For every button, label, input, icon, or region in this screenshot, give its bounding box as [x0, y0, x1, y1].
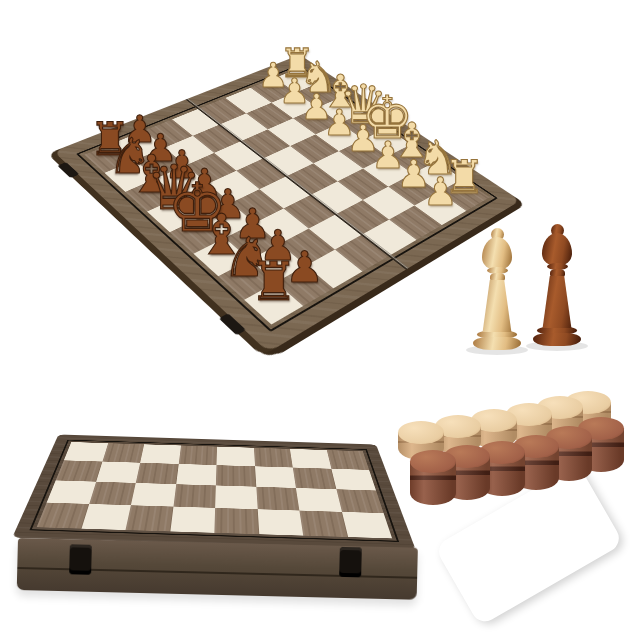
queen-base [473, 337, 521, 350]
queen-base [533, 333, 581, 346]
chess-set-product-photo: ♜♟♞♟♝♟♛♟♚♟♟♜♝♟♟♞♞♟♟♝♜♟♟♛♟♚♟♝♟♞♟♜ [0, 0, 640, 640]
display-piece-dark-queen [530, 224, 584, 346]
queen-crown [482, 237, 512, 270]
checker-top [410, 450, 456, 473]
checker-top [398, 421, 444, 444]
queen-body [539, 276, 575, 328]
queen-body [479, 280, 515, 332]
queen-crown [542, 233, 572, 266]
display-piece-light-queen [470, 228, 524, 350]
